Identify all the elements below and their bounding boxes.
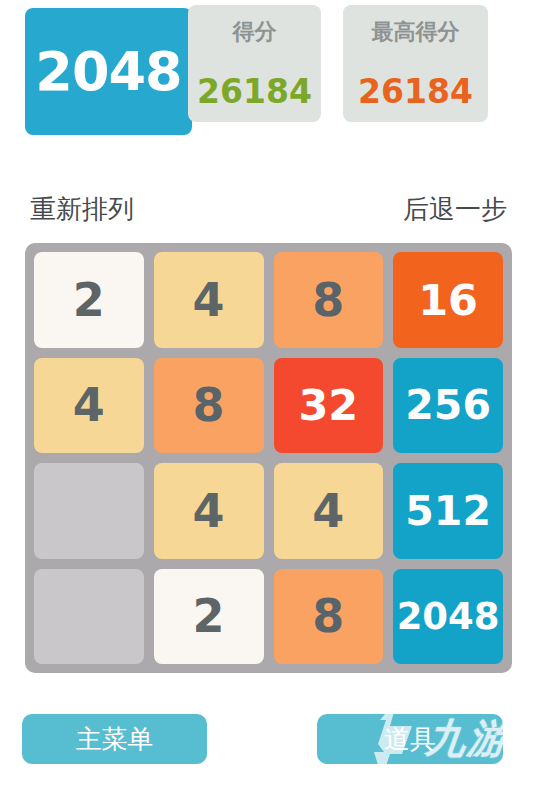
tile-4: 4 — [154, 252, 264, 348]
tile-8: 8 — [274, 252, 384, 348]
tile-16: 16 — [393, 252, 503, 348]
tile-2: 2 — [34, 252, 144, 348]
tile-8: 8 — [154, 358, 264, 454]
tile-2048: 2048 — [393, 569, 503, 665]
tile-4: 4 — [154, 463, 264, 559]
best-score-value: 26184 — [358, 75, 473, 108]
undo-button[interactable]: 后退一步 — [403, 192, 507, 227]
props-button[interactable]: 道具 — [317, 714, 503, 764]
tile-4: 4 — [34, 358, 144, 454]
logo-text: 2048 — [35, 40, 181, 103]
best-score-box: 最高得分 26184 — [343, 5, 488, 122]
empty-cell — [34, 463, 144, 559]
tile-4: 4 — [274, 463, 384, 559]
action-row: 重新排列 后退一步 — [30, 192, 507, 226]
tile-256: 256 — [393, 358, 503, 454]
tile-32: 32 — [274, 358, 384, 454]
tile-2: 2 — [154, 569, 264, 665]
game-screen: 2048 得分 26184 最高得分 26184 重新排列 后退一步 24816… — [0, 0, 533, 800]
tile-8: 8 — [274, 569, 384, 665]
main-menu-button[interactable]: 主菜单 — [22, 714, 207, 764]
logo-2048: 2048 — [25, 8, 192, 135]
tile-512: 512 — [393, 463, 503, 559]
empty-cell — [34, 569, 144, 665]
rearrange-button[interactable]: 重新排列 — [30, 192, 134, 227]
score-box: 得分 26184 — [188, 5, 321, 122]
best-score-label: 最高得分 — [372, 21, 460, 43]
game-board[interactable]: 24816483225644512282048 — [25, 243, 512, 673]
score-value: 26184 — [197, 75, 312, 108]
score-label: 得分 — [233, 21, 277, 43]
